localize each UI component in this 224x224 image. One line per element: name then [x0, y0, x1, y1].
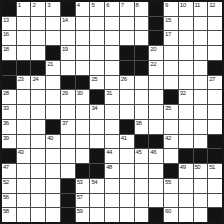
clue-number-50: 50 [195, 164, 201, 171]
cell-r6c2[interactable] [31, 90, 45, 104]
cell-r11c14[interactable]: 51 [208, 164, 222, 178]
black-cell-r14c10 [149, 208, 163, 222]
crossword-grid: 1234567891011121314151617181920212223242… [0, 0, 224, 224]
clue-number-8: 8 [136, 2, 139, 9]
clue-number-4: 4 [77, 2, 80, 9]
cell-r6c7[interactable]: 31 [105, 90, 119, 104]
cell-r12c9[interactable] [135, 179, 149, 193]
cell-r3c11[interactable] [164, 46, 178, 60]
cell-r5c8[interactable]: 26 [120, 76, 134, 90]
cell-r8c7[interactable] [105, 120, 119, 134]
cell-r8c14[interactable] [208, 120, 222, 134]
cell-r0c12[interactable]: 10 [179, 2, 193, 16]
cell-r14c13[interactable] [194, 208, 208, 222]
cell-r8c4[interactable]: 37 [61, 120, 75, 134]
cell-r5c14[interactable]: 27 [208, 76, 222, 90]
black-cell-r5c4 [61, 76, 75, 90]
cell-r10c7[interactable]: 44 [105, 149, 119, 163]
cell-r4c12[interactable] [179, 61, 193, 75]
cell-r4c5[interactable] [76, 61, 90, 75]
cell-r9c8[interactable]: 41 [120, 135, 134, 149]
cell-r9c13[interactable] [194, 135, 208, 149]
cell-r3c10[interactable]: 20 [149, 46, 163, 60]
cell-r7c9[interactable] [135, 105, 149, 119]
cell-r6c9[interactable] [135, 90, 149, 104]
cell-r11c0[interactable]: 47 [2, 164, 16, 178]
cell-r5c7[interactable] [105, 76, 119, 90]
cell-r1c8[interactable] [120, 17, 134, 31]
black-cell-r3c9 [135, 46, 149, 60]
cell-r4c13[interactable] [194, 61, 208, 75]
cell-r13c9[interactable] [135, 194, 149, 208]
clue-number-26: 26 [121, 76, 127, 83]
cell-r14c9[interactable] [135, 208, 149, 222]
black-cell-r0c4 [61, 2, 75, 16]
black-cell-r10c12 [179, 149, 193, 163]
cell-r8c1[interactable] [17, 120, 31, 134]
cell-r13c10[interactable] [149, 194, 163, 208]
cell-r9c11[interactable]: 42 [164, 135, 178, 149]
cell-r12c6[interactable]: 54 [90, 179, 104, 193]
cell-r8c9[interactable]: 38 [135, 120, 149, 134]
cell-r14c8[interactable] [120, 208, 134, 222]
cell-r3c4[interactable]: 19 [61, 46, 75, 60]
cell-r5c10[interactable] [149, 76, 163, 90]
black-cell-r9c14 [208, 135, 222, 149]
black-cell-r4c14 [208, 61, 222, 75]
cell-r8c12[interactable] [179, 120, 193, 134]
cell-r0c3[interactable]: 3 [46, 2, 60, 16]
cell-r7c5[interactable] [76, 105, 90, 119]
cell-r14c12[interactable] [179, 208, 193, 222]
cell-r6c12[interactable]: 32 [179, 90, 193, 104]
cell-r11c13[interactable]: 50 [194, 164, 208, 178]
cell-r14c3[interactable] [46, 208, 60, 222]
clue-number-42: 42 [165, 135, 171, 142]
cell-r6c5[interactable]: 30 [76, 90, 90, 104]
cell-r9c5[interactable] [76, 135, 90, 149]
black-cell-r13c4 [61, 194, 75, 208]
clue-number-25: 25 [91, 76, 97, 83]
cell-r6c4[interactable]: 29 [61, 90, 75, 104]
cell-r2c4[interactable] [61, 31, 75, 45]
cell-r1c11[interactable]: 15 [164, 17, 178, 31]
cell-r0c2[interactable]: 2 [31, 2, 45, 16]
cell-r0c11[interactable]: 9 [164, 2, 178, 16]
cell-r13c12[interactable] [179, 194, 193, 208]
cell-r5c13[interactable] [194, 76, 208, 90]
black-cell-r11c11 [164, 164, 178, 178]
cell-r9c12[interactable] [179, 135, 193, 149]
cell-r1c1[interactable] [17, 17, 31, 31]
cell-r12c12[interactable] [179, 179, 193, 193]
cell-r1c14[interactable] [208, 17, 222, 31]
cell-r10c5[interactable] [76, 149, 90, 163]
cell-r9c0[interactable]: 39 [2, 135, 16, 149]
cell-r13c1[interactable] [17, 194, 31, 208]
black-cell-r1c10 [149, 17, 163, 31]
cell-r0c13[interactable]: 11 [194, 2, 208, 16]
cell-r1c13[interactable] [194, 17, 208, 31]
cell-r9c1[interactable] [17, 135, 31, 149]
cell-r3c2[interactable] [31, 46, 45, 60]
cell-r12c13[interactable] [194, 179, 208, 193]
clue-number-18: 18 [3, 46, 9, 53]
clue-number-32: 32 [180, 90, 186, 97]
cell-r14c11[interactable]: 60 [164, 208, 178, 222]
clue-number-49: 49 [180, 164, 186, 171]
cell-r2c5[interactable] [76, 31, 90, 45]
black-cell-r4c9 [135, 61, 149, 75]
cell-r11c4[interactable] [61, 164, 75, 178]
clue-number-19: 19 [62, 46, 68, 53]
clue-number-27: 27 [209, 76, 215, 83]
cell-r11c2[interactable] [31, 164, 45, 178]
cell-r6c14[interactable] [208, 90, 222, 104]
cell-r7c6[interactable]: 34 [90, 105, 104, 119]
black-cell-r3c3 [46, 46, 60, 60]
clue-number-55: 55 [165, 179, 171, 186]
black-cell-r11c5 [76, 164, 90, 178]
cell-r9c6[interactable] [90, 135, 104, 149]
clue-number-30: 30 [77, 90, 83, 97]
clue-number-22: 22 [150, 61, 156, 68]
clue-number-34: 34 [91, 105, 97, 112]
clue-number-40: 40 [47, 135, 53, 142]
cell-r10c2[interactable] [31, 149, 45, 163]
cell-r11c7[interactable]: 48 [105, 164, 119, 178]
cell-r5c9[interactable] [135, 76, 149, 90]
clue-number-38: 38 [136, 120, 142, 127]
clue-number-41: 41 [121, 135, 127, 142]
clue-number-3: 3 [47, 2, 50, 9]
cell-r13c13[interactable] [194, 194, 208, 208]
cell-r12c8[interactable] [120, 179, 134, 193]
cell-r9c2[interactable] [31, 135, 45, 149]
cell-r2c12[interactable] [179, 31, 193, 45]
cell-r10c4[interactable] [61, 149, 75, 163]
cell-r12c2[interactable] [31, 179, 45, 193]
clue-number-37: 37 [62, 120, 68, 127]
cell-r8c2[interactable] [31, 120, 45, 134]
cell-r6c1[interactable] [17, 90, 31, 104]
cell-r12c10[interactable] [149, 179, 163, 193]
black-cell-r0c10 [149, 2, 163, 16]
cell-r13c8[interactable] [120, 194, 134, 208]
cell-r3c1[interactable] [17, 46, 31, 60]
clue-number-23: 23 [18, 76, 24, 83]
clue-number-46: 46 [150, 149, 156, 156]
black-cell-r2c10 [149, 31, 163, 45]
cell-r13c0[interactable]: 56 [2, 194, 16, 208]
cell-r7c12[interactable] [179, 105, 193, 119]
cell-r2c3[interactable] [46, 31, 60, 45]
cell-r2c8[interactable] [120, 31, 134, 45]
black-cell-r3c8 [120, 46, 134, 60]
black-cell-r4c1 [17, 61, 31, 75]
cell-r8c6[interactable] [90, 120, 104, 134]
clue-number-5: 5 [91, 2, 94, 9]
cell-r8c13[interactable] [194, 120, 208, 134]
black-cell-r10c6 [90, 149, 104, 163]
cell-r9c4[interactable] [61, 135, 75, 149]
black-cell-r6c6 [90, 90, 104, 104]
clue-number-17: 17 [165, 31, 171, 38]
cell-r12c14[interactable] [208, 179, 222, 193]
cell-r2c14[interactable] [208, 31, 222, 45]
cell-r4c11[interactable] [164, 61, 178, 75]
cell-r13c7[interactable] [105, 194, 119, 208]
clue-number-29: 29 [62, 90, 68, 97]
cell-r2c0[interactable]: 16 [2, 31, 16, 45]
clue-number-60: 60 [165, 208, 171, 215]
cell-r12c3[interactable] [46, 179, 60, 193]
clue-number-9: 9 [165, 2, 168, 9]
clue-number-51: 51 [209, 164, 215, 171]
cell-r13c3[interactable] [46, 194, 60, 208]
black-cell-r9c9 [135, 135, 149, 149]
cell-r7c11[interactable]: 35 [164, 105, 178, 119]
black-cell-r6c11 [164, 90, 178, 104]
cell-r0c14[interactable]: 12 [208, 2, 222, 16]
cell-r1c9[interactable] [135, 17, 149, 31]
cell-r11c8[interactable] [120, 164, 134, 178]
clue-number-11: 11 [195, 2, 200, 9]
black-cell-r9c10 [149, 135, 163, 149]
cell-r8c0[interactable]: 36 [2, 120, 16, 134]
cell-r7c3[interactable] [46, 105, 60, 119]
cell-r3c7[interactable] [105, 46, 119, 60]
black-cell-r0c0 [2, 2, 16, 16]
black-cell-r5c0 [2, 76, 16, 90]
cell-r14c6[interactable] [90, 208, 104, 222]
cell-r13c2[interactable] [31, 194, 45, 208]
cell-r2c2[interactable] [31, 31, 45, 45]
clue-number-6: 6 [106, 2, 109, 9]
clue-number-39: 39 [3, 135, 9, 142]
cell-r14c7[interactable] [105, 208, 119, 222]
clue-number-13: 13 [3, 17, 9, 24]
clue-number-20: 20 [150, 46, 156, 53]
clue-number-52: 52 [3, 179, 9, 186]
cell-r4c6[interactable] [90, 61, 104, 75]
clue-number-53: 53 [77, 179, 83, 186]
cell-r0c9[interactable]: 8 [135, 2, 149, 16]
clue-number-54: 54 [91, 179, 97, 186]
cell-r11c3[interactable] [46, 164, 60, 178]
clue-number-35: 35 [165, 105, 171, 112]
cell-r0c1[interactable]: 1 [17, 2, 31, 16]
cell-r6c0[interactable]: 28 [2, 90, 16, 104]
cell-r14c2[interactable] [31, 208, 45, 222]
cell-r1c5[interactable] [76, 17, 90, 31]
cell-r1c3[interactable] [46, 17, 60, 31]
cell-r9c3[interactable]: 40 [46, 135, 60, 149]
cell-r4c7[interactable] [105, 61, 119, 75]
cell-r11c1[interactable] [17, 164, 31, 178]
clue-number-56: 56 [3, 194, 9, 201]
cell-r1c4[interactable]: 14 [61, 17, 75, 31]
cell-r3c12[interactable] [179, 46, 193, 60]
cell-r12c5[interactable]: 53 [76, 179, 90, 193]
cell-r13c14[interactable] [208, 194, 222, 208]
black-cell-r8c3 [46, 120, 60, 134]
cell-r4c3[interactable]: 21 [46, 61, 60, 75]
black-cell-r4c2 [31, 61, 45, 75]
clue-number-24: 24 [32, 76, 38, 83]
cell-r4c4[interactable] [61, 61, 75, 75]
clue-number-1: 1 [18, 2, 21, 9]
cell-r4c10[interactable]: 22 [149, 61, 163, 75]
crossword-puzzle: 1234567891011121314151617181920212223242… [0, 0, 224, 224]
cell-r6c13[interactable] [194, 90, 208, 104]
clue-number-33: 33 [3, 105, 9, 112]
clue-number-59: 59 [77, 208, 83, 215]
cell-r7c7[interactable] [105, 105, 119, 119]
cell-r11c12[interactable]: 49 [179, 164, 193, 178]
cell-r8c11[interactable] [164, 120, 178, 134]
cell-r2c7[interactable] [105, 31, 119, 45]
cell-r2c6[interactable] [90, 31, 104, 45]
clue-number-36: 36 [3, 120, 9, 127]
clue-number-57: 57 [77, 194, 83, 201]
cell-r12c11[interactable]: 55 [164, 179, 178, 193]
clue-number-15: 15 [165, 17, 171, 24]
cell-r7c10[interactable] [149, 105, 163, 119]
cell-r11c9[interactable] [135, 164, 149, 178]
black-cell-r8c8 [120, 120, 134, 134]
cell-r6c8[interactable] [120, 90, 134, 104]
cell-r2c1[interactable] [17, 31, 31, 45]
cell-r14c5[interactable]: 59 [76, 208, 90, 222]
clue-number-12: 12 [209, 2, 215, 9]
cell-r9c7[interactable] [105, 135, 119, 149]
cell-r5c2[interactable]: 24 [31, 76, 45, 90]
black-cell-r14c14 [208, 208, 222, 222]
black-cell-r10c0 [2, 149, 16, 163]
cell-r2c9[interactable] [135, 31, 149, 45]
cell-r0c7[interactable]: 6 [105, 2, 119, 16]
clue-number-43: 43 [18, 149, 24, 156]
clue-number-58: 58 [3, 208, 9, 215]
cell-r14c0[interactable]: 58 [2, 208, 16, 222]
black-cell-r5c5 [76, 76, 90, 90]
cell-r3c5[interactable] [76, 46, 90, 60]
cell-r7c13[interactable] [194, 105, 208, 119]
cell-r1c0[interactable]: 13 [2, 17, 16, 31]
cell-r10c10[interactable]: 46 [149, 149, 163, 163]
cell-r3c6[interactable] [90, 46, 104, 60]
cell-r12c0[interactable]: 52 [2, 179, 16, 193]
clue-number-16: 16 [3, 31, 9, 38]
cell-r10c3[interactable] [46, 149, 60, 163]
cell-r0c6[interactable]: 5 [90, 2, 104, 16]
cell-r7c4[interactable] [61, 105, 75, 119]
cell-r7c8[interactable] [120, 105, 134, 119]
black-cell-r4c8 [120, 61, 134, 75]
cell-r12c7[interactable] [105, 179, 119, 193]
cell-r3c13[interactable] [194, 46, 208, 60]
cell-r1c6[interactable] [90, 17, 104, 31]
cell-r1c2[interactable] [31, 17, 45, 31]
cell-r13c6[interactable] [90, 194, 104, 208]
clue-number-28: 28 [3, 90, 9, 97]
cell-r13c11[interactable] [164, 194, 178, 208]
cell-r0c8[interactable]: 7 [120, 2, 134, 16]
black-cell-r11c6 [90, 164, 104, 178]
cell-r10c8[interactable] [120, 149, 134, 163]
cell-r2c11[interactable]: 17 [164, 31, 178, 45]
clue-number-2: 2 [32, 2, 35, 9]
cell-r7c14[interactable] [208, 105, 222, 119]
cell-r0c5[interactable]: 4 [76, 2, 90, 16]
clue-number-47: 47 [3, 164, 9, 171]
cell-r7c0[interactable]: 33 [2, 105, 16, 119]
cell-r5c1[interactable]: 23 [17, 76, 31, 90]
black-cell-r4c0 [2, 61, 16, 75]
cell-r10c11[interactable] [164, 149, 178, 163]
clue-number-10: 10 [180, 2, 186, 9]
cell-r5c3[interactable] [46, 76, 60, 90]
cell-r11c10[interactable] [149, 164, 163, 178]
cell-r8c5[interactable] [76, 120, 90, 134]
cell-r7c1[interactable] [17, 105, 31, 119]
cell-r12c1[interactable] [17, 179, 31, 193]
cell-r1c7[interactable] [105, 17, 119, 31]
cell-r6c10[interactable] [149, 90, 163, 104]
clue-number-14: 14 [62, 17, 68, 24]
cell-r8c10[interactable] [149, 120, 163, 134]
clue-number-44: 44 [106, 149, 112, 156]
black-cell-r10c13 [194, 149, 208, 163]
cell-r5c12[interactable] [179, 76, 193, 90]
clue-number-48: 48 [106, 164, 112, 171]
cell-r13c5[interactable]: 57 [76, 194, 90, 208]
cell-r10c9[interactable]: 45 [135, 149, 149, 163]
clue-number-21: 21 [47, 61, 53, 68]
black-cell-r12c4 [61, 179, 75, 193]
clue-number-45: 45 [136, 149, 142, 156]
cell-r5c11[interactable] [164, 76, 178, 90]
cell-r6c3[interactable] [46, 90, 60, 104]
cell-r5c6[interactable]: 25 [90, 76, 104, 90]
clue-number-31: 31 [106, 90, 112, 97]
clue-number-7: 7 [121, 2, 124, 9]
black-cell-r14c4 [61, 208, 75, 222]
cell-r14c1[interactable] [17, 208, 31, 222]
cell-r3c0[interactable]: 18 [2, 46, 16, 60]
black-cell-r10c14 [208, 149, 222, 163]
cell-r7c2[interactable] [31, 105, 45, 119]
cell-r3c14[interactable] [208, 46, 222, 60]
cell-r2c13[interactable] [194, 31, 208, 45]
cell-r10c1[interactable]: 43 [17, 149, 31, 163]
cell-r1c12[interactable] [179, 17, 193, 31]
